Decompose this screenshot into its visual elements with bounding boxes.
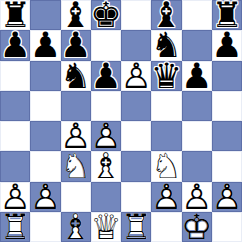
square-d7[interactable] <box>91 30 121 60</box>
square-g3[interactable] <box>182 151 212 181</box>
square-c6[interactable]: ♞ <box>61 61 91 91</box>
square-b8[interactable] <box>30 0 60 30</box>
square-d4[interactable]: ♟♙ <box>91 121 121 151</box>
square-d1[interactable]: ♛♕ <box>91 212 121 242</box>
piece-white-pawn: ♟♙ <box>30 182 60 212</box>
square-e8[interactable] <box>121 0 151 30</box>
square-g2[interactable]: ♟♙ <box>182 182 212 212</box>
square-b3[interactable] <box>30 151 60 181</box>
square-e4[interactable] <box>121 121 151 151</box>
piece-white-knight: ♞♘ <box>151 151 181 181</box>
piece-white-queen: ♛♕ <box>91 212 121 242</box>
piece-black-bishop: ♝ <box>151 0 181 30</box>
square-c2[interactable] <box>61 182 91 212</box>
square-c5[interactable] <box>61 91 91 121</box>
square-d3[interactable]: ♝♗ <box>91 151 121 181</box>
piece-black-pawn: ♟ <box>30 30 60 60</box>
piece-white-pawn: ♟♙ <box>0 182 30 212</box>
square-g4[interactable] <box>182 121 212 151</box>
piece-white-rook: ♜♖ <box>0 212 30 242</box>
piece-black-king: ♚ <box>91 0 121 30</box>
square-f5[interactable] <box>151 91 181 121</box>
square-a2[interactable]: ♟♙ <box>0 182 30 212</box>
piece-black-pawn: ♟ <box>0 30 30 60</box>
piece-white-bishop: ♝♗ <box>61 212 91 242</box>
square-c4[interactable]: ♟♙ <box>61 121 91 151</box>
square-b4[interactable] <box>30 121 60 151</box>
square-c7[interactable]: ♟ <box>61 30 91 60</box>
square-g1[interactable]: ♚♔ <box>182 212 212 242</box>
piece-white-pawn: ♟♙ <box>182 182 212 212</box>
square-d8[interactable]: ♚ <box>91 0 121 30</box>
square-c8[interactable]: ♝ <box>61 0 91 30</box>
square-b2[interactable]: ♟♙ <box>30 182 60 212</box>
square-e7[interactable] <box>121 30 151 60</box>
piece-white-pawn: ♟♙ <box>121 61 151 91</box>
square-e3[interactable] <box>121 151 151 181</box>
piece-white-knight: ♞♘ <box>61 151 91 181</box>
piece-black-rook: ♜ <box>212 0 242 30</box>
square-g5[interactable] <box>182 91 212 121</box>
square-h1[interactable] <box>212 212 242 242</box>
piece-black-knight: ♞ <box>61 61 91 91</box>
square-f1[interactable] <box>151 212 181 242</box>
square-h4[interactable] <box>212 121 242 151</box>
square-f7[interactable]: ♞ <box>151 30 181 60</box>
square-e1[interactable]: ♜♖ <box>121 212 151 242</box>
square-b5[interactable] <box>30 91 60 121</box>
square-a1[interactable]: ♜♖ <box>0 212 30 242</box>
square-d6[interactable]: ♟ <box>91 61 121 91</box>
square-h8[interactable]: ♜ <box>212 0 242 30</box>
square-f2[interactable]: ♟♙ <box>151 182 181 212</box>
square-a3[interactable] <box>0 151 30 181</box>
square-b7[interactable]: ♟ <box>30 30 60 60</box>
square-h5[interactable] <box>212 91 242 121</box>
piece-white-pawn: ♟♙ <box>151 182 181 212</box>
piece-black-rook: ♜ <box>0 0 30 30</box>
square-b6[interactable] <box>30 61 60 91</box>
square-a4[interactable] <box>0 121 30 151</box>
square-e5[interactable] <box>121 91 151 121</box>
square-h3[interactable] <box>212 151 242 181</box>
square-h7[interactable]: ♟ <box>212 30 242 60</box>
piece-black-pawn: ♟ <box>61 30 91 60</box>
square-h6[interactable] <box>212 61 242 91</box>
square-f8[interactable]: ♝ <box>151 0 181 30</box>
square-a5[interactable] <box>0 91 30 121</box>
piece-white-king: ♚♔ <box>182 212 212 242</box>
square-f6[interactable]: ♛ <box>151 61 181 91</box>
piece-black-queen: ♛ <box>151 61 181 91</box>
piece-white-pawn: ♟♙ <box>61 121 91 151</box>
square-d5[interactable] <box>91 91 121 121</box>
square-f4[interactable] <box>151 121 181 151</box>
square-a8[interactable]: ♜ <box>0 0 30 30</box>
square-g6[interactable]: ♟ <box>182 61 212 91</box>
square-c1[interactable]: ♝♗ <box>61 212 91 242</box>
piece-white-rook: ♜♖ <box>121 212 151 242</box>
square-b1[interactable] <box>30 212 60 242</box>
piece-white-pawn: ♟♙ <box>91 121 121 151</box>
chess-board: ♜♝♚♝♜♟♟♟♞♟♞♟♟♙♛♟♟♙♟♙♞♘♝♗♞♘♟♙♟♙♟♙♟♙♟♙♜♖♝♗… <box>0 0 242 242</box>
piece-black-pawn: ♟ <box>91 61 121 91</box>
piece-white-pawn: ♟♙ <box>212 182 242 212</box>
square-d2[interactable] <box>91 182 121 212</box>
piece-white-bishop: ♝♗ <box>91 151 121 181</box>
square-a6[interactable] <box>0 61 30 91</box>
piece-black-knight: ♞ <box>151 30 181 60</box>
piece-black-pawn: ♟ <box>182 61 212 91</box>
square-e6[interactable]: ♟♙ <box>121 61 151 91</box>
square-g7[interactable] <box>182 30 212 60</box>
piece-black-bishop: ♝ <box>61 0 91 30</box>
square-f3[interactable]: ♞♘ <box>151 151 181 181</box>
square-a7[interactable]: ♟ <box>0 30 30 60</box>
square-h2[interactable]: ♟♙ <box>212 182 242 212</box>
piece-black-pawn: ♟ <box>212 30 242 60</box>
square-c3[interactable]: ♞♘ <box>61 151 91 181</box>
square-e2[interactable] <box>121 182 151 212</box>
square-g8[interactable] <box>182 0 212 30</box>
